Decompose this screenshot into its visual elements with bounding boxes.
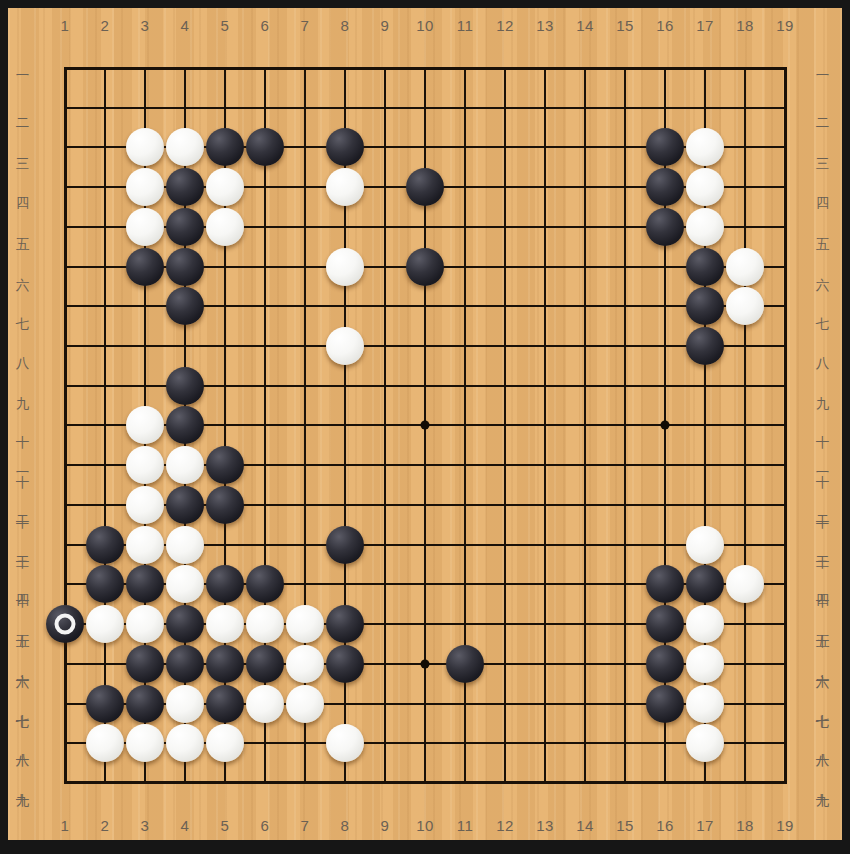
stone-black xyxy=(166,605,204,643)
column-label-bottom: 5 xyxy=(221,817,230,834)
column-label-top: 12 xyxy=(496,17,514,34)
column-label-bottom: 15 xyxy=(616,817,634,834)
stone-white xyxy=(126,406,164,444)
stone-black xyxy=(166,367,204,405)
column-label-top: 13 xyxy=(536,17,554,34)
column-label-top: 2 xyxy=(101,17,110,34)
stone-black xyxy=(246,565,284,603)
stone-black xyxy=(646,605,684,643)
stone-black xyxy=(406,248,444,286)
column-label-bottom: 7 xyxy=(301,817,310,834)
grid-line-v xyxy=(744,67,746,785)
stone-white xyxy=(286,685,324,723)
stone-white xyxy=(166,446,204,484)
stone-white xyxy=(326,248,364,286)
board-frame: 1122334455667788991010111112121313141415… xyxy=(0,0,850,854)
stone-black xyxy=(166,248,204,286)
stone-white xyxy=(246,685,284,723)
column-label-bottom: 18 xyxy=(736,817,754,834)
stone-white xyxy=(686,168,724,206)
column-label-top: 14 xyxy=(576,17,594,34)
stone-black xyxy=(166,645,204,683)
go-board[interactable]: 1122334455667788991010111112121313141415… xyxy=(8,8,842,840)
stone-white xyxy=(286,645,324,683)
stone-white xyxy=(86,605,124,643)
stone-white xyxy=(206,724,244,762)
stone-black xyxy=(686,327,724,365)
star-point xyxy=(421,421,430,430)
stone-white xyxy=(166,526,204,564)
stone-white xyxy=(686,605,724,643)
stone-black xyxy=(126,685,164,723)
stone-black xyxy=(326,645,364,683)
stone-white xyxy=(126,724,164,762)
stone-white xyxy=(126,446,164,484)
column-label-top: 15 xyxy=(616,17,634,34)
column-label-bottom: 4 xyxy=(181,817,190,834)
stone-black xyxy=(206,446,244,484)
stone-white xyxy=(686,208,724,246)
stone-black xyxy=(86,526,124,564)
column-label-bottom: 10 xyxy=(416,817,434,834)
last-move-marker xyxy=(55,614,76,635)
stone-black xyxy=(166,406,204,444)
grid-line-v xyxy=(584,67,586,785)
stone-white xyxy=(206,208,244,246)
stone-white xyxy=(166,128,204,166)
stone-white xyxy=(86,724,124,762)
stone-black xyxy=(86,685,124,723)
stone-black xyxy=(646,645,684,683)
stone-white xyxy=(286,605,324,643)
column-label-bottom: 13 xyxy=(536,817,554,834)
stone-black xyxy=(686,248,724,286)
stone-black xyxy=(166,168,204,206)
stone-black xyxy=(166,486,204,524)
column-label-top: 6 xyxy=(261,17,270,34)
stone-black xyxy=(646,128,684,166)
column-label-top: 11 xyxy=(457,17,474,34)
column-label-bottom: 9 xyxy=(381,817,390,834)
stone-white xyxy=(326,327,364,365)
column-label-bottom: 3 xyxy=(141,817,150,834)
column-label-top: 5 xyxy=(221,17,230,34)
stone-white xyxy=(686,724,724,762)
stone-white xyxy=(166,565,204,603)
stone-black xyxy=(326,526,364,564)
stone-black xyxy=(206,645,244,683)
star-point xyxy=(421,659,430,668)
stone-black xyxy=(646,208,684,246)
stone-black xyxy=(206,565,244,603)
column-label-bottom: 2 xyxy=(101,817,110,834)
stone-black xyxy=(126,645,164,683)
stone-black xyxy=(326,605,364,643)
stone-black xyxy=(46,605,84,643)
column-label-top: 19 xyxy=(776,17,794,34)
stone-white xyxy=(166,685,204,723)
grid-line-v xyxy=(624,67,626,785)
stone-white xyxy=(326,168,364,206)
stone-black xyxy=(686,565,724,603)
stone-black xyxy=(406,168,444,206)
stone-black xyxy=(166,287,204,325)
stone-white xyxy=(686,645,724,683)
stone-white xyxy=(686,526,724,564)
stone-white xyxy=(686,128,724,166)
stone-black xyxy=(246,128,284,166)
column-label-top: 7 xyxy=(301,17,310,34)
stone-black xyxy=(206,486,244,524)
grid-line-v xyxy=(544,67,546,785)
column-label-top: 9 xyxy=(381,17,390,34)
column-label-top: 8 xyxy=(341,17,350,34)
stone-white xyxy=(206,168,244,206)
column-label-bottom: 11 xyxy=(457,817,474,834)
stone-white xyxy=(726,248,764,286)
grid-line-v xyxy=(784,67,787,785)
stone-black xyxy=(646,168,684,206)
grid-line-h xyxy=(64,781,787,784)
stone-black xyxy=(166,208,204,246)
column-label-bottom: 1 xyxy=(61,817,70,834)
column-label-top: 16 xyxy=(656,17,674,34)
stone-black xyxy=(646,685,684,723)
stone-black xyxy=(126,248,164,286)
stone-white xyxy=(686,685,724,723)
stone-white xyxy=(126,526,164,564)
column-label-top: 17 xyxy=(696,17,714,34)
column-label-bottom: 16 xyxy=(656,817,674,834)
column-label-top: 18 xyxy=(736,17,754,34)
column-label-bottom: 8 xyxy=(341,817,350,834)
stone-white xyxy=(126,605,164,643)
column-label-bottom: 12 xyxy=(496,817,514,834)
stone-black xyxy=(86,565,124,603)
stone-white xyxy=(166,724,204,762)
stone-white xyxy=(326,724,364,762)
column-label-top: 10 xyxy=(416,17,434,34)
stone-black xyxy=(206,128,244,166)
column-label-bottom: 17 xyxy=(696,817,714,834)
column-label-bottom: 14 xyxy=(576,817,594,834)
stone-black xyxy=(126,565,164,603)
grid-line-v xyxy=(504,67,506,785)
column-label-top: 3 xyxy=(141,17,150,34)
stone-white xyxy=(126,128,164,166)
stone-black xyxy=(246,645,284,683)
stone-white xyxy=(206,605,244,643)
stone-white xyxy=(726,287,764,325)
stone-black xyxy=(206,685,244,723)
stone-white xyxy=(246,605,284,643)
stone-black xyxy=(446,645,484,683)
stone-white xyxy=(126,486,164,524)
stone-white xyxy=(126,168,164,206)
column-label-top: 4 xyxy=(181,17,190,34)
star-point xyxy=(661,421,670,430)
stone-black xyxy=(686,287,724,325)
stone-black xyxy=(646,565,684,603)
column-label-bottom: 19 xyxy=(776,817,794,834)
column-label-bottom: 6 xyxy=(261,817,270,834)
stone-white xyxy=(126,208,164,246)
stone-black xyxy=(326,128,364,166)
stone-white xyxy=(726,565,764,603)
column-label-top: 1 xyxy=(61,17,70,34)
